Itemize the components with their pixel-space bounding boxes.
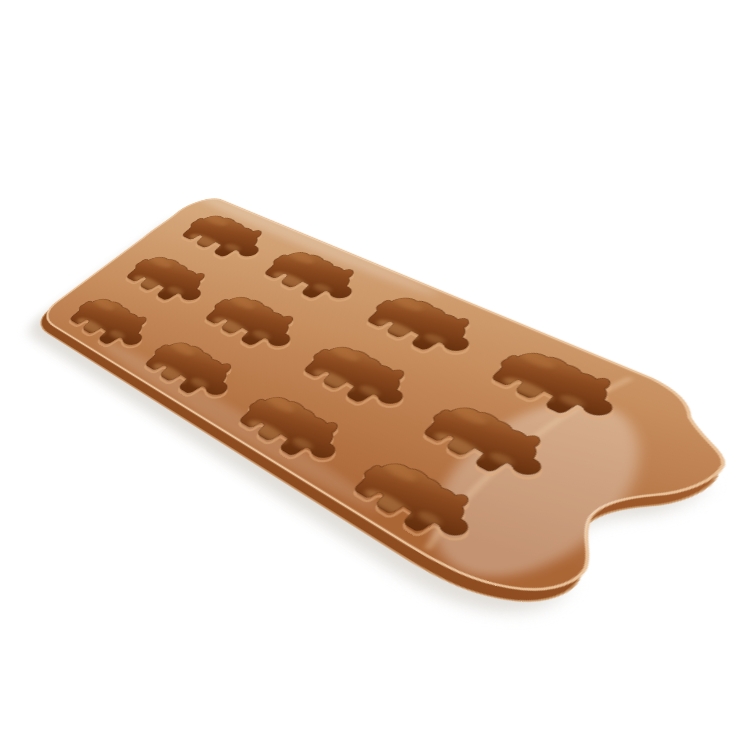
chocolate-mold-tray	[38, 193, 713, 594]
mold-render	[38, 193, 713, 594]
product-photo	[0, 0, 750, 750]
